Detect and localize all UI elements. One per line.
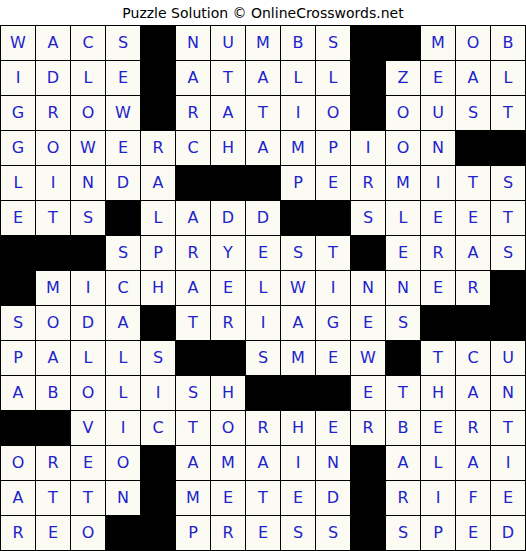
cell-letter: D	[117, 175, 129, 191]
letter-cell: T	[386, 376, 420, 410]
cell-letter: O	[327, 105, 340, 121]
letter-cell: S	[176, 376, 210, 410]
letter-cell: R	[421, 236, 455, 270]
letter-cell: S	[316, 26, 350, 60]
cell-letter: E	[223, 280, 233, 296]
cell-letter: A	[293, 315, 304, 331]
cell-letter: O	[82, 525, 95, 541]
letter-cell: N	[71, 166, 105, 200]
letter-cell: M	[281, 131, 315, 165]
cell-letter: A	[258, 455, 269, 471]
cell-letter: A	[468, 70, 479, 86]
cell-letter: I	[86, 280, 91, 296]
cell-letter: L	[84, 70, 93, 86]
cell-letter: S	[468, 105, 478, 121]
cell-letter: T	[503, 105, 513, 121]
cell-letter: B	[398, 420, 409, 436]
letter-cell: U	[211, 26, 245, 60]
letter-cell: G	[1, 96, 35, 130]
letter-cell: E	[351, 306, 385, 340]
letter-cell: S	[281, 516, 315, 550]
letter-cell: T	[316, 236, 350, 270]
letter-cell: R	[176, 96, 210, 130]
cell-letter: I	[366, 140, 371, 156]
letter-cell: C	[106, 271, 140, 305]
cell-letter: N	[362, 280, 374, 296]
letter-cell: I	[491, 446, 525, 480]
cell-letter: Z	[398, 70, 409, 86]
cell-letter: C	[117, 280, 128, 296]
letter-cell: A	[211, 96, 245, 130]
cell-letter: E	[328, 420, 338, 436]
cell-letter: S	[258, 350, 268, 366]
letter-cell: L	[106, 376, 140, 410]
letter-cell: A	[246, 61, 280, 95]
cell-letter: A	[258, 70, 269, 86]
cell-letter: V	[83, 420, 94, 436]
cell-letter: O	[397, 105, 410, 121]
letter-cell: L	[71, 61, 105, 95]
black-cell	[36, 411, 70, 445]
cell-letter: L	[329, 70, 338, 86]
black-cell	[106, 516, 140, 550]
cell-letter: E	[258, 525, 268, 541]
letter-cell: T	[176, 306, 210, 340]
cell-letter: A	[188, 455, 199, 471]
letter-cell: I	[36, 166, 70, 200]
cell-letter: I	[506, 455, 511, 471]
letter-cell: F	[456, 481, 490, 515]
letter-cell: P	[1, 341, 35, 375]
letter-cell: H	[211, 131, 245, 165]
letter-cell: T	[211, 61, 245, 95]
page-title: Puzzle Solution © OnlineCrosswords.net	[0, 0, 526, 25]
cell-letter: E	[468, 525, 478, 541]
cell-letter: M	[396, 175, 410, 191]
letter-cell: A	[1, 481, 35, 515]
cell-letter: T	[258, 490, 268, 506]
cell-letter: C	[152, 420, 163, 436]
black-cell	[141, 516, 175, 550]
letter-cell: S	[281, 236, 315, 270]
letter-cell: R	[386, 481, 420, 515]
letter-cell: P	[421, 516, 455, 550]
cell-letter: A	[188, 70, 199, 86]
cell-letter: B	[503, 35, 514, 51]
cell-letter: L	[84, 350, 93, 366]
cell-letter: N	[327, 455, 339, 471]
letter-cell: I	[106, 411, 140, 445]
letter-cell: I	[316, 271, 350, 305]
cell-letter: O	[397, 140, 410, 156]
cell-letter: I	[436, 490, 441, 506]
letter-cell: V	[71, 411, 105, 445]
black-cell	[316, 376, 350, 410]
letter-cell: A	[1, 376, 35, 410]
letter-cell: O	[456, 26, 490, 60]
letter-cell: G	[1, 131, 35, 165]
cell-letter: P	[433, 525, 443, 541]
cell-letter: W	[10, 35, 26, 51]
letter-cell: A	[176, 201, 210, 235]
cell-letter: A	[258, 140, 269, 156]
letter-cell: L	[316, 61, 350, 95]
black-cell	[351, 96, 385, 130]
cell-letter: O	[467, 35, 480, 51]
puzzle-solution-page: Puzzle Solution © OnlineCrosswords.net W…	[0, 0, 526, 551]
cell-letter: E	[118, 140, 128, 156]
cell-letter: B	[48, 385, 59, 401]
letter-cell: E	[36, 516, 70, 550]
cell-letter: O	[82, 105, 95, 121]
letter-cell: S	[1, 306, 35, 340]
black-cell	[351, 516, 385, 550]
letter-cell: M	[36, 271, 70, 305]
cell-letter: C	[82, 35, 93, 51]
letter-cell: A	[176, 446, 210, 480]
black-cell	[71, 236, 105, 270]
cell-letter: R	[397, 490, 408, 506]
black-cell	[491, 306, 525, 340]
letter-cell: E	[316, 166, 350, 200]
letter-cell: W	[71, 131, 105, 165]
letter-cell: E	[316, 341, 350, 375]
letter-cell: E	[211, 481, 245, 515]
cell-letter: A	[468, 245, 479, 261]
cell-letter: G	[12, 105, 24, 121]
letter-cell: H	[281, 411, 315, 445]
letter-cell: E	[246, 516, 280, 550]
black-cell	[316, 201, 350, 235]
cell-letter: A	[468, 385, 479, 401]
letter-cell: A	[106, 306, 140, 340]
letter-cell: P	[141, 236, 175, 270]
letter-cell: R	[141, 131, 175, 165]
cell-letter: H	[222, 140, 234, 156]
letter-cell: T	[456, 166, 490, 200]
cell-letter: A	[118, 315, 129, 331]
letter-cell: S	[491, 166, 525, 200]
cell-letter: O	[222, 420, 235, 436]
cell-letter: E	[293, 490, 303, 506]
cell-letter: S	[118, 245, 128, 261]
cell-letter: S	[398, 525, 408, 541]
letter-cell: H	[421, 376, 455, 410]
cell-letter: W	[115, 105, 131, 121]
cell-letter: T	[48, 490, 58, 506]
letter-cell: Z	[386, 61, 420, 95]
cell-letter: O	[47, 315, 60, 331]
letter-cell: S	[491, 236, 525, 270]
cell-letter: W	[290, 280, 306, 296]
letter-cell: P	[281, 166, 315, 200]
letter-cell: T	[246, 481, 280, 515]
cell-letter: N	[502, 385, 514, 401]
letter-cell: A	[36, 26, 70, 60]
cell-letter: I	[436, 175, 441, 191]
cell-letter: A	[13, 385, 24, 401]
cell-letter: A	[48, 350, 59, 366]
letter-cell: E	[421, 201, 455, 235]
cell-letter: R	[187, 105, 198, 121]
letter-cell: O	[36, 131, 70, 165]
cell-letter: I	[16, 70, 21, 86]
cell-letter: D	[327, 490, 339, 506]
cell-letter: E	[433, 280, 443, 296]
black-cell	[351, 61, 385, 95]
cell-letter: H	[222, 385, 234, 401]
cell-letter: S	[118, 35, 128, 51]
letter-cell: N	[176, 26, 210, 60]
letter-cell: O	[386, 131, 420, 165]
cell-letter: L	[259, 280, 268, 296]
cell-letter: R	[222, 315, 233, 331]
letter-cell: A	[456, 376, 490, 410]
cell-letter: E	[468, 210, 478, 226]
black-cell	[246, 166, 280, 200]
letter-cell: A	[176, 271, 210, 305]
cell-letter: A	[468, 455, 479, 471]
cell-letter: L	[14, 175, 23, 191]
letter-cell: R	[351, 166, 385, 200]
letter-cell: U	[491, 341, 525, 375]
cell-letter: D	[222, 210, 234, 226]
letter-cell: U	[421, 96, 455, 130]
cell-letter: T	[503, 420, 513, 436]
cell-letter: E	[433, 70, 443, 86]
cell-letter: I	[121, 420, 126, 436]
letter-cell: L	[421, 446, 455, 480]
cell-letter: M	[186, 490, 200, 506]
letter-cell: E	[351, 376, 385, 410]
black-cell	[141, 306, 175, 340]
letter-cell: L	[71, 341, 105, 375]
cell-letter: O	[82, 385, 95, 401]
cell-letter: R	[222, 525, 233, 541]
cell-letter: R	[467, 280, 478, 296]
letter-cell: A	[176, 61, 210, 95]
letter-cell: I	[281, 96, 315, 130]
cell-letter: G	[12, 140, 24, 156]
letter-cell: R	[246, 411, 280, 445]
black-cell	[351, 481, 385, 515]
letter-cell: N	[316, 446, 350, 480]
cell-letter: R	[152, 140, 163, 156]
letter-cell: D	[491, 516, 525, 550]
black-cell	[491, 271, 525, 305]
letter-cell: B	[386, 411, 420, 445]
cell-letter: Y	[223, 245, 233, 261]
black-cell	[176, 166, 210, 200]
letter-cell: O	[106, 446, 140, 480]
black-cell	[141, 61, 175, 95]
letter-cell: S	[106, 26, 140, 60]
cell-letter: C	[187, 140, 198, 156]
letter-cell: N	[106, 481, 140, 515]
letter-cell: E	[421, 411, 455, 445]
black-cell	[421, 306, 455, 340]
letter-cell: I	[246, 306, 280, 340]
letter-cell: T	[246, 96, 280, 130]
letter-cell: H	[141, 271, 175, 305]
cell-letter: O	[47, 140, 60, 156]
letter-cell: M	[386, 166, 420, 200]
cell-letter: G	[327, 315, 339, 331]
cell-letter: R	[362, 175, 373, 191]
cell-letter: E	[433, 210, 443, 226]
letter-cell: S	[106, 236, 140, 270]
cell-letter: S	[503, 245, 513, 261]
cell-letter: S	[188, 385, 198, 401]
cell-letter: E	[258, 245, 268, 261]
cell-letter: A	[188, 210, 199, 226]
cell-letter: T	[433, 350, 443, 366]
cell-letter: H	[292, 420, 304, 436]
cell-letter: O	[12, 455, 25, 471]
letter-cell: S	[316, 516, 350, 550]
cell-letter: M	[431, 35, 445, 51]
cell-letter: M	[291, 350, 305, 366]
cell-letter: L	[154, 210, 163, 226]
letter-cell: W	[106, 96, 140, 130]
cell-letter: E	[363, 385, 373, 401]
black-cell	[351, 236, 385, 270]
cell-letter: R	[467, 420, 478, 436]
crossword-grid: WACSNUMBSMOBIDLEATALLZEALGROWRATIOOUSTGO…	[0, 25, 526, 551]
cell-letter: A	[13, 490, 24, 506]
letter-cell: C	[456, 341, 490, 375]
letter-cell: D	[106, 166, 140, 200]
cell-letter: N	[432, 140, 444, 156]
cell-letter: H	[152, 280, 164, 296]
letter-cell: E	[106, 131, 140, 165]
letter-cell: M	[246, 26, 280, 60]
letter-cell: W	[351, 341, 385, 375]
cell-letter: L	[119, 385, 128, 401]
cell-letter: E	[48, 525, 58, 541]
letter-cell: R	[176, 236, 210, 270]
letter-cell: E	[456, 516, 490, 550]
cell-letter: P	[13, 350, 23, 366]
black-cell	[351, 446, 385, 480]
cell-letter: D	[47, 70, 59, 86]
letter-cell: E	[386, 236, 420, 270]
letter-cell: S	[141, 341, 175, 375]
letter-cell: L	[1, 166, 35, 200]
cell-letter: L	[434, 455, 443, 471]
letter-cell: R	[456, 411, 490, 445]
letter-cell: R	[36, 446, 70, 480]
cell-letter: E	[363, 315, 373, 331]
black-cell	[281, 201, 315, 235]
letter-cell: E	[246, 236, 280, 270]
letter-cell: R	[36, 96, 70, 130]
black-cell	[351, 26, 385, 60]
letter-cell: E	[281, 481, 315, 515]
black-cell	[141, 96, 175, 130]
letter-cell: D	[211, 201, 245, 235]
letter-cell: S	[386, 306, 420, 340]
letter-cell: T	[491, 201, 525, 235]
black-cell	[456, 306, 490, 340]
letter-cell: L	[386, 201, 420, 235]
cell-letter: S	[503, 175, 513, 191]
cell-letter: E	[328, 350, 338, 366]
letter-cell: T	[36, 201, 70, 235]
letter-cell: R	[351, 411, 385, 445]
cell-letter: D	[502, 525, 514, 541]
cell-letter: M	[46, 280, 60, 296]
cell-letter: E	[118, 70, 128, 86]
letter-cell: D	[246, 201, 280, 235]
cell-letter: P	[153, 245, 163, 261]
letter-cell: O	[36, 306, 70, 340]
cell-letter: N	[82, 175, 94, 191]
black-cell	[456, 131, 490, 165]
cell-letter: N	[397, 280, 409, 296]
letter-cell: B	[491, 26, 525, 60]
cell-letter: M	[291, 140, 305, 156]
cell-letter: N	[187, 35, 199, 51]
letter-cell: O	[386, 96, 420, 130]
cell-letter: A	[48, 35, 59, 51]
cell-letter: U	[502, 350, 514, 366]
cell-letter: E	[398, 245, 408, 261]
cell-letter: E	[433, 420, 443, 436]
cell-letter: S	[293, 245, 303, 261]
cell-letter: S	[153, 350, 163, 366]
letter-cell: Y	[211, 236, 245, 270]
letter-cell: P	[176, 516, 210, 550]
letter-cell: R	[211, 306, 245, 340]
letter-cell: A	[386, 446, 420, 480]
letter-cell: C	[71, 26, 105, 60]
letter-cell: L	[281, 61, 315, 95]
cell-letter: B	[293, 35, 304, 51]
letter-cell: R	[456, 271, 490, 305]
letter-cell: E	[211, 271, 245, 305]
cell-letter: T	[258, 105, 268, 121]
cell-letter: T	[83, 490, 93, 506]
cell-letter: E	[83, 455, 93, 471]
black-cell	[106, 201, 140, 235]
black-cell	[141, 481, 175, 515]
cell-letter: L	[294, 70, 303, 86]
cell-letter: L	[399, 210, 408, 226]
cell-letter: L	[119, 350, 128, 366]
cell-letter: T	[503, 210, 513, 226]
black-cell	[281, 376, 315, 410]
black-cell	[36, 236, 70, 270]
letter-cell: E	[491, 481, 525, 515]
letter-cell: S	[386, 516, 420, 550]
cell-letter: T	[328, 245, 338, 261]
black-cell	[1, 236, 35, 270]
cell-letter: R	[47, 455, 58, 471]
cell-letter: N	[117, 490, 129, 506]
cell-letter: I	[296, 105, 301, 121]
cell-letter: R	[362, 420, 373, 436]
black-cell	[386, 26, 420, 60]
letter-cell: M	[421, 26, 455, 60]
letter-cell: R	[1, 516, 35, 550]
letter-cell: E	[1, 201, 35, 235]
letter-cell: A	[456, 446, 490, 480]
letter-cell: T	[491, 96, 525, 130]
letter-cell: L	[246, 271, 280, 305]
cell-letter: I	[156, 385, 161, 401]
cell-letter: R	[432, 245, 443, 261]
